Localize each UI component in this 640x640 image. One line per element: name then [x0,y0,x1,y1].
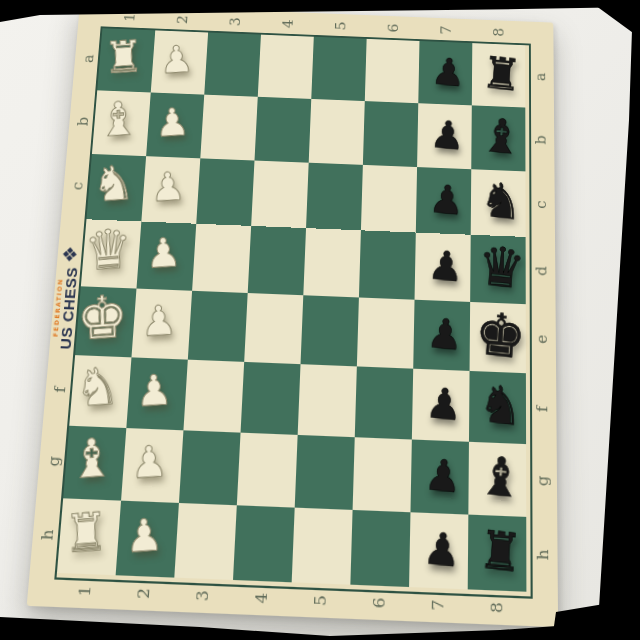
black-knight[interactable]: ♞ [478,175,524,227]
black-pawn[interactable]: ♟ [429,114,467,156]
square-c5[interactable] [306,163,363,231]
chessboard-scene: FEDERATION US CHESS ❖ 1234567812345678ab… [27,4,558,628]
black-queen[interactable]: ♛ [475,238,526,297]
square-h6[interactable] [350,510,410,587]
white-pawn[interactable]: ♟ [130,438,168,484]
square-f6[interactable] [355,366,413,439]
black-king[interactable]: ♚ [473,304,528,368]
square-e5[interactable] [301,295,359,366]
square-h7[interactable]: ♟ [409,512,468,589]
square-h4[interactable] [233,505,295,582]
square-a3[interactable] [204,33,261,97]
black-pawn[interactable]: ♟ [425,311,464,356]
square-b4[interactable] [254,97,311,163]
white-knight[interactable]: ♞ [91,159,135,209]
square-f4[interactable] [241,362,301,435]
square-g6[interactable] [353,437,412,512]
white-rook[interactable]: ♜ [64,505,109,560]
white-pawn[interactable]: ♟ [154,102,190,142]
square-a6[interactable] [365,39,420,103]
black-pawn[interactable]: ♟ [430,51,467,92]
white-king[interactable]: ♚ [77,287,130,349]
square-a5[interactable] [311,37,366,101]
black-rook[interactable]: ♜ [477,523,524,580]
square-b5[interactable] [309,99,365,165]
square-h1[interactable]: ♜ [57,498,121,575]
square-c1[interactable]: ♞ [86,154,146,222]
white-pawn[interactable]: ♟ [140,298,177,341]
square-c2[interactable]: ♟ [141,156,200,224]
black-rook[interactable]: ♜ [480,50,523,98]
black-knight[interactable]: ♞ [477,377,525,434]
square-f1[interactable]: ♞ [69,355,131,428]
white-pawn[interactable]: ♟ [159,39,195,78]
square-b2[interactable]: ♟ [146,92,204,158]
square-d7[interactable]: ♟ [415,233,471,302]
white-bishop[interactable]: ♝ [69,431,115,487]
square-g1[interactable]: ♝ [63,426,126,501]
square-f2[interactable]: ♟ [126,357,187,430]
square-g8[interactable]: ♝ [468,442,526,517]
square-c3[interactable] [196,158,254,226]
white-pawn[interactable]: ♟ [125,511,164,558]
square-b8[interactable]: ♝ [471,105,525,171]
square-a8[interactable]: ♜ [472,43,526,107]
white-pawn[interactable]: ♟ [150,166,186,207]
square-c4[interactable] [251,161,309,229]
square-f3[interactable] [183,360,244,433]
white-queen[interactable]: ♛ [84,222,133,279]
black-bishop[interactable]: ♝ [479,111,525,162]
white-pawn[interactable]: ♟ [145,231,182,273]
square-d4[interactable] [248,226,306,295]
square-a4[interactable] [258,35,314,99]
square-g5[interactable] [295,435,355,510]
square-h3[interactable] [174,503,237,580]
square-f5[interactable] [298,364,357,437]
square-c8[interactable]: ♞ [471,169,526,237]
square-f7[interactable]: ♟ [412,369,470,442]
square-c6[interactable] [361,165,417,233]
square-d8[interactable]: ♛ [470,235,526,304]
white-pawn[interactable]: ♟ [135,367,173,412]
black-bishop[interactable]: ♝ [476,448,525,506]
black-pawn[interactable]: ♟ [422,524,463,573]
square-e1[interactable]: ♚ [75,286,136,357]
square-b7[interactable]: ♟ [417,103,472,169]
square-e6[interactable] [357,297,415,368]
square-b1[interactable]: ♝ [92,90,151,156]
black-pawn[interactable]: ♟ [423,451,463,498]
chessboard: FEDERATION US CHESS ❖ 1234567812345678ab… [27,4,558,628]
square-a1[interactable]: ♜ [97,28,155,92]
square-f8[interactable]: ♞ [469,371,526,444]
square-g3[interactable] [179,430,241,505]
square-b3[interactable] [200,95,257,161]
white-rook[interactable]: ♜ [103,34,144,80]
black-pawn[interactable]: ♟ [424,380,464,426]
black-pawn[interactable]: ♟ [428,178,466,221]
square-a7[interactable]: ♟ [418,41,472,105]
square-g7[interactable]: ♟ [410,440,468,515]
square-e3[interactable] [188,291,248,362]
photo-canvas: FEDERATION US CHESS ❖ 1234567812345678ab… [0,0,640,640]
square-h5[interactable] [292,508,353,585]
square-h2[interactable]: ♟ [116,501,179,578]
us-chess-diamond-icon: ❖ [58,245,81,263]
square-d1[interactable]: ♛ [81,219,141,288]
white-knight[interactable]: ♞ [75,360,121,415]
square-d3[interactable] [192,224,251,293]
white-bishop[interactable]: ♝ [97,95,141,144]
square-e4[interactable] [244,293,303,364]
square-g2[interactable]: ♟ [121,428,183,503]
square-e2[interactable]: ♟ [131,289,192,360]
square-e7[interactable]: ♟ [413,300,470,371]
square-d2[interactable]: ♟ [136,222,196,291]
square-b6[interactable] [363,101,418,167]
black-pawn[interactable]: ♟ [427,244,466,288]
square-c7[interactable]: ♟ [416,167,471,235]
square-d6[interactable] [359,230,416,299]
square-a2[interactable]: ♟ [151,30,208,94]
square-e8[interactable]: ♚ [470,302,526,373]
square-g4[interactable] [237,433,298,508]
square-h8[interactable]: ♜ [468,515,527,592]
square-d5[interactable] [303,228,361,297]
